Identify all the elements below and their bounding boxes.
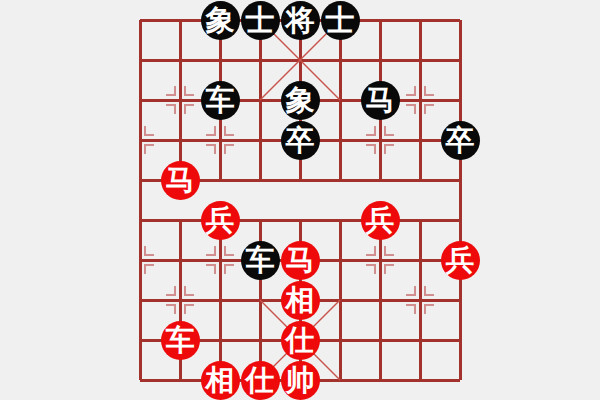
piece-black-advisor[interactable]: 士 — [321, 1, 360, 40]
board-point: 仕 — [240, 360, 280, 400]
board-point: 兵 — [440, 240, 480, 280]
piece-black-king[interactable]: 将 — [281, 1, 320, 40]
piece-black-elephant[interactable]: 象 — [201, 1, 240, 40]
pieces-layer: 象士将士车象马卒卒马兵兵车马兵相车仕相仕帅 — [120, 0, 480, 400]
board-point: 卒 — [440, 120, 480, 160]
piece-red-advisor[interactable]: 仕 — [281, 321, 320, 360]
board-point: 车 — [240, 240, 280, 280]
piece-red-chariot[interactable]: 车 — [161, 321, 200, 360]
board-point: 士 — [240, 0, 280, 40]
board-point: 仕 — [280, 320, 320, 360]
piece-red-pawn[interactable]: 兵 — [201, 201, 240, 240]
piece-red-elephant[interactable]: 相 — [281, 281, 320, 320]
board-point: 兵 — [360, 200, 400, 240]
board-point: 卒 — [280, 120, 320, 160]
board-point: 帅 — [280, 360, 320, 400]
piece-black-chariot[interactable]: 车 — [201, 81, 240, 120]
piece-red-elephant[interactable]: 相 — [201, 361, 240, 400]
board-point: 相 — [200, 360, 240, 400]
piece-red-pawn[interactable]: 兵 — [361, 201, 400, 240]
board-point: 马 — [160, 160, 200, 200]
board-point: 马 — [280, 240, 320, 280]
piece-red-horse[interactable]: 马 — [281, 241, 320, 280]
piece-black-pawn[interactable]: 卒 — [441, 121, 480, 160]
board-point: 士 — [320, 0, 360, 40]
board-point: 车 — [200, 80, 240, 120]
board-point: 车 — [160, 320, 200, 360]
board-point: 马 — [360, 80, 400, 120]
board-point: 象 — [280, 80, 320, 120]
piece-black-horse[interactable]: 马 — [361, 81, 400, 120]
piece-black-advisor[interactable]: 士 — [241, 1, 280, 40]
board-point: 兵 — [200, 200, 240, 240]
piece-red-advisor[interactable]: 仕 — [241, 361, 280, 400]
xiangqi-board: 象士将士车象马卒卒马兵兵车马兵相车仕相仕帅 — [0, 0, 600, 400]
piece-black-pawn[interactable]: 卒 — [281, 121, 320, 160]
piece-red-horse[interactable]: 马 — [161, 161, 200, 200]
piece-black-elephant[interactable]: 象 — [281, 81, 320, 120]
board-point: 相 — [280, 280, 320, 320]
piece-black-chariot[interactable]: 车 — [241, 241, 280, 280]
board-point: 将 — [280, 0, 320, 40]
board-point: 象 — [200, 0, 240, 40]
piece-red-pawn[interactable]: 兵 — [441, 241, 480, 280]
piece-red-king[interactable]: 帅 — [281, 361, 320, 400]
